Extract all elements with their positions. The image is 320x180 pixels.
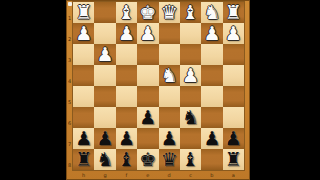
square-h1[interactable]: ♜ (73, 2, 94, 23)
black-bishop[interactable]: ♝ (118, 149, 135, 170)
white-bishop[interactable]: ♝ (182, 2, 199, 23)
file-label-e: e (137, 170, 158, 180)
square-d8[interactable]: ♛ (159, 149, 180, 170)
square-b5[interactable] (201, 86, 222, 107)
white-pawn[interactable]: ♟ (97, 44, 114, 65)
square-b8[interactable] (201, 149, 222, 170)
square-e5[interactable] (137, 86, 158, 107)
black-pawn[interactable]: ♟ (139, 107, 156, 128)
rank-label-4: 4 (66, 65, 73, 86)
square-g6[interactable] (94, 107, 115, 128)
white-queen[interactable]: ♛ (161, 2, 178, 23)
square-c8[interactable]: ♝ (180, 149, 201, 170)
file-labels: hgfedcba (73, 170, 244, 180)
square-e2[interactable]: ♟ (137, 23, 158, 44)
square-f4[interactable] (116, 65, 137, 86)
file-label-b: b (201, 170, 222, 180)
square-h2[interactable]: ♟ (73, 23, 94, 44)
file-label-d: d (159, 170, 180, 180)
square-d1[interactable]: ♛ (159, 2, 180, 23)
rank-label-6: 6 (66, 107, 73, 128)
black-queen[interactable]: ♛ (161, 149, 178, 170)
black-rook[interactable]: ♜ (75, 149, 92, 170)
square-c1[interactable]: ♝ (180, 2, 201, 23)
square-e4[interactable] (137, 65, 158, 86)
square-a1[interactable]: ♜ (223, 2, 244, 23)
square-h6[interactable] (73, 107, 94, 128)
square-b4[interactable] (201, 65, 222, 86)
square-d2[interactable] (159, 23, 180, 44)
square-c7[interactable] (180, 128, 201, 149)
black-pawn[interactable]: ♟ (97, 128, 114, 149)
square-f3[interactable] (116, 44, 137, 65)
chess-app: 12345678 hgfedcba ♜♝♚♛♝♞♜♟♟♟♟♟♟♞♟♟♞♟♟♟♟♟… (0, 0, 320, 180)
square-d4[interactable]: ♞ (159, 65, 180, 86)
square-f6[interactable] (116, 107, 137, 128)
square-g3[interactable]: ♟ (94, 44, 115, 65)
black-bishop[interactable]: ♝ (182, 149, 199, 170)
square-a6[interactable] (223, 107, 244, 128)
square-e6[interactable]: ♟ (137, 107, 158, 128)
square-e3[interactable] (137, 44, 158, 65)
rank-labels: 12345678 (66, 2, 73, 170)
square-f1[interactable]: ♝ (116, 2, 137, 23)
square-g1[interactable] (94, 2, 115, 23)
black-pawn[interactable]: ♟ (118, 128, 135, 149)
file-label-c: c (180, 170, 201, 180)
square-d5[interactable] (159, 86, 180, 107)
black-king[interactable]: ♚ (139, 149, 156, 170)
rank-label-8: 8 (66, 149, 73, 170)
square-b1[interactable]: ♞ (201, 2, 222, 23)
black-pawn[interactable]: ♟ (225, 128, 242, 149)
square-f8[interactable]: ♝ (116, 149, 137, 170)
square-h8[interactable]: ♜ (73, 149, 94, 170)
square-c2[interactable] (180, 23, 201, 44)
square-g2[interactable] (94, 23, 115, 44)
square-f7[interactable]: ♟ (116, 128, 137, 149)
square-g4[interactable] (94, 65, 115, 86)
chess-board[interactable]: ♜♝♚♛♝♞♜♟♟♟♟♟♟♞♟♟♞♟♟♟♟♟♟♜♞♝♚♛♝♜ (73, 2, 244, 170)
rank-label-3: 3 (66, 44, 73, 65)
square-b3[interactable] (201, 44, 222, 65)
file-label-f: f (116, 170, 137, 180)
square-b2[interactable]: ♟ (201, 23, 222, 44)
square-h4[interactable] (73, 65, 94, 86)
square-a4[interactable] (223, 65, 244, 86)
board-frame: 12345678 hgfedcba ♜♝♚♛♝♞♜♟♟♟♟♟♟♞♟♟♞♟♟♟♟♟… (66, 0, 250, 180)
square-a7[interactable]: ♟ (223, 128, 244, 149)
square-d3[interactable] (159, 44, 180, 65)
black-knight[interactable]: ♞ (182, 107, 199, 128)
white-bishop[interactable]: ♝ (118, 2, 135, 23)
file-label-g: g (94, 170, 115, 180)
white-pawn[interactable]: ♟ (225, 23, 242, 44)
square-a5[interactable] (223, 86, 244, 107)
white-rook[interactable]: ♜ (75, 2, 92, 23)
rank-label-2: 2 (66, 23, 73, 44)
white-pawn[interactable]: ♟ (118, 23, 135, 44)
square-g7[interactable]: ♟ (94, 128, 115, 149)
white-pawn[interactable]: ♟ (139, 23, 156, 44)
white-knight[interactable]: ♞ (203, 2, 220, 23)
white-pawn[interactable]: ♟ (203, 23, 220, 44)
rank-label-1: 1 (66, 2, 73, 23)
square-h7[interactable]: ♟ (73, 128, 94, 149)
file-label-h: h (73, 170, 94, 180)
square-d6[interactable] (159, 107, 180, 128)
square-h3[interactable] (73, 44, 94, 65)
square-g8[interactable]: ♞ (94, 149, 115, 170)
square-a8[interactable]: ♜ (223, 149, 244, 170)
black-pawn[interactable]: ♟ (203, 128, 220, 149)
square-b7[interactable]: ♟ (201, 128, 222, 149)
square-e7[interactable] (137, 128, 158, 149)
square-f5[interactable] (116, 86, 137, 107)
file-label-a: a (223, 170, 244, 180)
black-knight[interactable]: ♞ (97, 149, 114, 170)
square-c6[interactable]: ♞ (180, 107, 201, 128)
black-pawn[interactable]: ♟ (75, 128, 92, 149)
square-c3[interactable] (180, 44, 201, 65)
black-rook[interactable]: ♜ (225, 149, 242, 170)
rank-label-5: 5 (66, 86, 73, 107)
square-a3[interactable] (223, 44, 244, 65)
square-g5[interactable] (94, 86, 115, 107)
white-pawn[interactable]: ♟ (182, 65, 199, 86)
white-pawn[interactable]: ♟ (75, 23, 92, 44)
square-b6[interactable] (201, 107, 222, 128)
square-e1[interactable]: ♚ (137, 2, 158, 23)
white-knight[interactable]: ♞ (161, 65, 178, 86)
rank-label-7: 7 (66, 128, 73, 149)
square-e8[interactable]: ♚ (137, 149, 158, 170)
square-h5[interactable] (73, 86, 94, 107)
black-pawn[interactable]: ♟ (161, 128, 178, 149)
square-c5[interactable] (180, 86, 201, 107)
white-king[interactable]: ♚ (139, 2, 156, 23)
square-f2[interactable]: ♟ (116, 23, 137, 44)
square-d7[interactable]: ♟ (159, 128, 180, 149)
square-a2[interactable]: ♟ (223, 23, 244, 44)
white-rook[interactable]: ♜ (225, 2, 242, 23)
square-c4[interactable]: ♟ (180, 65, 201, 86)
